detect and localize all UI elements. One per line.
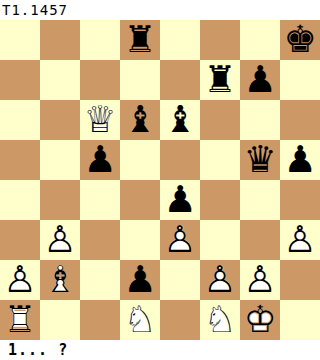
- square-b4[interactable]: [40, 180, 80, 220]
- square-e1[interactable]: [160, 300, 200, 340]
- square-c8[interactable]: [80, 20, 120, 60]
- square-c1[interactable]: [80, 300, 120, 340]
- white-knight: ♞♘: [200, 300, 240, 340]
- square-b5[interactable]: [40, 140, 80, 180]
- square-f5[interactable]: [200, 140, 240, 180]
- white-rook: ♜♖: [0, 300, 40, 340]
- piece-glyph: ♝: [120, 100, 160, 140]
- square-f4[interactable]: [200, 180, 240, 220]
- black-pawn: ♟: [280, 140, 320, 180]
- square-h1[interactable]: [280, 300, 320, 340]
- square-d4[interactable]: [120, 180, 160, 220]
- header-bar: T1.1457: [0, 0, 320, 20]
- square-c2[interactable]: [80, 260, 120, 300]
- piece-outline-glyph: ♗: [40, 260, 80, 300]
- square-e8[interactable]: [160, 20, 200, 60]
- square-c5[interactable]: ♟: [80, 140, 120, 180]
- square-b7[interactable]: [40, 60, 80, 100]
- piece-outline-glyph: ♙: [280, 220, 320, 260]
- white-pawn: ♟♙: [240, 260, 280, 300]
- square-a5[interactable]: [0, 140, 40, 180]
- square-e6[interactable]: ♝: [160, 100, 200, 140]
- square-a4[interactable]: [0, 180, 40, 220]
- square-d2[interactable]: ♟: [120, 260, 160, 300]
- square-d6[interactable]: ♝: [120, 100, 160, 140]
- square-d1[interactable]: ♞♘: [120, 300, 160, 340]
- white-bishop: ♝♗: [40, 260, 80, 300]
- square-c6[interactable]: ♛♕: [80, 100, 120, 140]
- black-pawn: ♟: [160, 180, 200, 220]
- black-bishop: ♝: [120, 100, 160, 140]
- chess-board: ♜♚♜♟♛♕♝♝♟♛♟♟♟♙♟♙♟♙♟♙♝♗♟♟♙♟♙♜♖♞♘♞♘♚♔: [0, 20, 320, 340]
- square-e7[interactable]: [160, 60, 200, 100]
- square-a8[interactable]: [0, 20, 40, 60]
- black-pawn: ♟: [80, 140, 120, 180]
- square-h4[interactable]: [280, 180, 320, 220]
- square-e2[interactable]: [160, 260, 200, 300]
- piece-outline-glyph: ♙: [0, 260, 40, 300]
- piece-glyph: ♟: [240, 60, 280, 100]
- square-a3[interactable]: [0, 220, 40, 260]
- square-g8[interactable]: [240, 20, 280, 60]
- black-rook: ♜: [120, 20, 160, 60]
- square-f6[interactable]: [200, 100, 240, 140]
- piece-outline-glyph: ♖: [0, 300, 40, 340]
- piece-glyph: ♟: [80, 140, 120, 180]
- square-g4[interactable]: [240, 180, 280, 220]
- square-b1[interactable]: [40, 300, 80, 340]
- square-e4[interactable]: ♟: [160, 180, 200, 220]
- square-a7[interactable]: [0, 60, 40, 100]
- white-king: ♚♔: [240, 300, 280, 340]
- square-c7[interactable]: [80, 60, 120, 100]
- square-b8[interactable]: [40, 20, 80, 60]
- white-pawn: ♟♙: [200, 260, 240, 300]
- white-queen: ♛♕: [80, 100, 120, 140]
- piece-glyph: ♟: [280, 140, 320, 180]
- square-h7[interactable]: [280, 60, 320, 100]
- piece-outline-glyph: ♕: [80, 100, 120, 140]
- white-knight: ♞♘: [120, 300, 160, 340]
- piece-glyph: ♟: [160, 180, 200, 220]
- white-pawn: ♟♙: [280, 220, 320, 260]
- white-pawn: ♟♙: [0, 260, 40, 300]
- puzzle-id: T1.1457: [2, 2, 68, 18]
- piece-glyph: ♜: [120, 20, 160, 60]
- piece-glyph: ♚: [280, 20, 320, 60]
- black-pawn: ♟: [240, 60, 280, 100]
- piece-outline-glyph: ♔: [240, 300, 280, 340]
- footer-bar: 1... ?: [0, 340, 320, 360]
- piece-glyph: ♟: [120, 260, 160, 300]
- square-g1[interactable]: ♚♔: [240, 300, 280, 340]
- piece-outline-glyph: ♘: [120, 300, 160, 340]
- square-g6[interactable]: [240, 100, 280, 140]
- square-g2[interactable]: ♟♙: [240, 260, 280, 300]
- square-f2[interactable]: ♟♙: [200, 260, 240, 300]
- square-h2[interactable]: [280, 260, 320, 300]
- square-a1[interactable]: ♜♖: [0, 300, 40, 340]
- piece-outline-glyph: ♙: [240, 260, 280, 300]
- square-f1[interactable]: ♞♘: [200, 300, 240, 340]
- square-f3[interactable]: [200, 220, 240, 260]
- square-d3[interactable]: [120, 220, 160, 260]
- black-queen: ♛: [240, 140, 280, 180]
- square-h8[interactable]: ♚: [280, 20, 320, 60]
- square-b6[interactable]: [40, 100, 80, 140]
- square-f8[interactable]: [200, 20, 240, 60]
- square-h3[interactable]: ♟♙: [280, 220, 320, 260]
- square-c3[interactable]: [80, 220, 120, 260]
- square-d8[interactable]: ♜: [120, 20, 160, 60]
- piece-glyph: ♝: [160, 100, 200, 140]
- piece-glyph: ♛: [240, 140, 280, 180]
- square-e3[interactable]: ♟♙: [160, 220, 200, 260]
- square-a2[interactable]: ♟♙: [0, 260, 40, 300]
- square-e5[interactable]: [160, 140, 200, 180]
- black-pawn: ♟: [120, 260, 160, 300]
- white-pawn: ♟♙: [40, 220, 80, 260]
- square-d5[interactable]: [120, 140, 160, 180]
- square-g5[interactable]: ♛: [240, 140, 280, 180]
- square-d7[interactable]: [120, 60, 160, 100]
- square-a6[interactable]: [0, 100, 40, 140]
- piece-outline-glyph: ♙: [200, 260, 240, 300]
- white-pawn: ♟♙: [160, 220, 200, 260]
- square-g7[interactable]: ♟: [240, 60, 280, 100]
- black-king: ♚: [280, 20, 320, 60]
- piece-glyph: ♜: [200, 60, 240, 100]
- square-b2[interactable]: ♝♗: [40, 260, 80, 300]
- piece-outline-glyph: ♙: [160, 220, 200, 260]
- piece-outline-glyph: ♘: [200, 300, 240, 340]
- black-rook: ♜: [200, 60, 240, 100]
- move-prompt: 1... ?: [8, 341, 68, 359]
- square-c4[interactable]: [80, 180, 120, 220]
- square-h5[interactable]: ♟: [280, 140, 320, 180]
- square-g3[interactable]: [240, 220, 280, 260]
- square-h6[interactable]: [280, 100, 320, 140]
- piece-outline-glyph: ♙: [40, 220, 80, 260]
- square-b3[interactable]: ♟♙: [40, 220, 80, 260]
- square-f7[interactable]: ♜: [200, 60, 240, 100]
- black-bishop: ♝: [160, 100, 200, 140]
